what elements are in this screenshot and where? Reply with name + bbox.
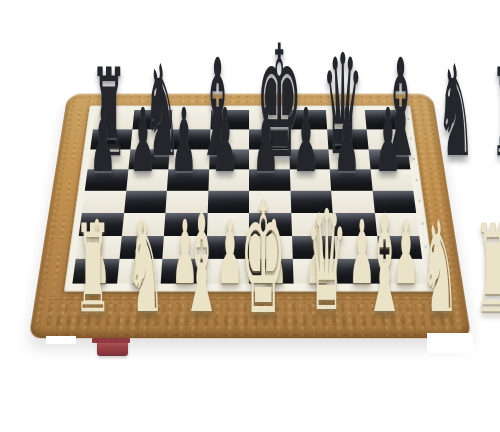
square-c5 (167, 170, 209, 191)
square-a3 (79, 213, 124, 236)
square-h6 (368, 149, 410, 170)
black-rook: ♜ (491, 52, 500, 174)
square-d3 (206, 213, 249, 236)
square-a7 (90, 129, 132, 149)
square-e5 (249, 170, 290, 191)
white-rook: ♜ (475, 208, 500, 330)
square-b7 (130, 129, 171, 149)
rank-label: 2 (424, 245, 427, 249)
square-d8 (210, 110, 249, 129)
square-f2 (292, 236, 336, 260)
square-e7 (249, 129, 289, 149)
rank-label: 7 (409, 137, 412, 140)
square-g8 (326, 110, 366, 129)
square-f6 (289, 149, 330, 170)
chess-tray-frame: 87654321 (29, 93, 472, 338)
square-f1 (292, 259, 337, 283)
board-mat: 87654321 (64, 105, 436, 291)
frame-notch-left (46, 336, 76, 344)
square-a1 (72, 259, 119, 283)
square-d4 (207, 191, 249, 213)
square-c6 (168, 149, 209, 170)
square-a5 (85, 170, 128, 191)
square-e4 (249, 191, 291, 213)
square-d5 (208, 170, 249, 191)
square-b6 (128, 149, 170, 170)
square-e2 (249, 236, 292, 260)
rank-label: 4 (418, 200, 421, 204)
square-h7 (366, 129, 408, 149)
square-h4 (372, 191, 416, 213)
board-grid (72, 110, 425, 284)
square-h1 (379, 259, 426, 283)
square-a2 (76, 236, 122, 260)
square-h2 (377, 236, 423, 260)
square-e1 (249, 259, 293, 283)
square-h3 (374, 213, 419, 236)
square-f7 (288, 129, 328, 149)
square-f4 (290, 191, 332, 213)
black-knight: ♞ (437, 48, 475, 174)
square-b3 (121, 213, 165, 236)
square-g7 (327, 129, 368, 149)
rank-label: 1 (427, 269, 430, 273)
square-b1 (117, 259, 163, 283)
square-a6 (88, 149, 130, 170)
square-d1 (205, 259, 249, 283)
square-c1 (161, 259, 206, 283)
square-c7 (170, 129, 210, 149)
rank-label: 8 (407, 118, 410, 121)
square-d2 (206, 236, 249, 260)
square-g4 (331, 191, 374, 213)
square-c3 (164, 213, 207, 236)
square-g3 (333, 213, 377, 236)
square-b5 (126, 170, 168, 191)
rank-label: 6 (412, 157, 415, 160)
square-b2 (119, 236, 164, 260)
square-d6 (209, 149, 249, 170)
square-g1 (336, 259, 382, 283)
square-b8 (132, 110, 172, 129)
red-switch (97, 341, 128, 356)
square-f3 (291, 213, 334, 236)
square-h5 (370, 170, 413, 191)
square-a4 (82, 191, 126, 213)
photo-background: 87654321 ♜♞♝♚♛♝♞♜ ♟♟♟♟♟♟♟♟ ♟♟♟♟♟♟♟♟ ♜♞♝♚… (0, 0, 500, 432)
frame-notch-right (427, 333, 473, 353)
square-g5 (330, 170, 372, 191)
rank-label: 3 (421, 222, 424, 226)
square-e3 (249, 213, 292, 236)
square-h8 (364, 110, 405, 129)
square-c8 (171, 110, 211, 129)
rank-label: 5 (415, 178, 418, 182)
square-g6 (328, 149, 370, 170)
square-b4 (124, 191, 167, 213)
square-c4 (165, 191, 208, 213)
square-f5 (289, 170, 331, 191)
square-d7 (209, 129, 249, 149)
square-e6 (249, 149, 289, 170)
square-f8 (287, 110, 327, 129)
square-a8 (93, 110, 134, 129)
square-g2 (334, 236, 379, 260)
frame-engraving (45, 299, 454, 330)
square-c2 (162, 236, 206, 260)
square-e8 (249, 110, 288, 129)
